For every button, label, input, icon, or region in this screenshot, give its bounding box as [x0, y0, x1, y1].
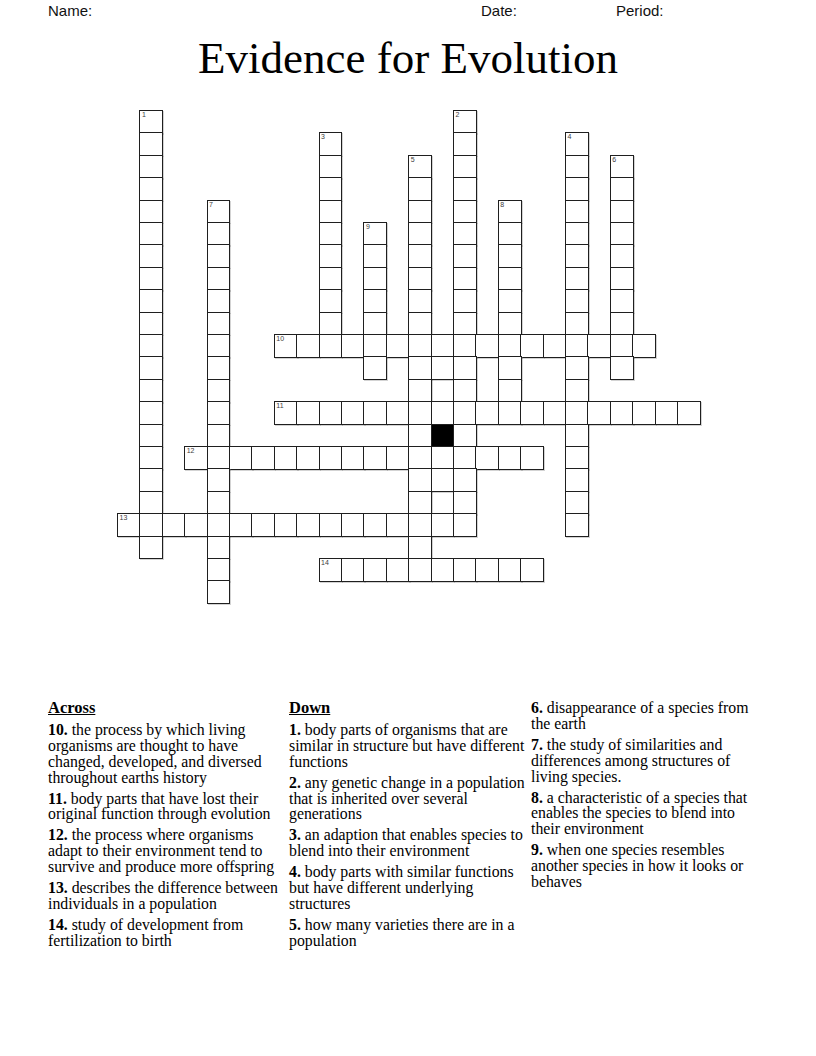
grid-cell[interactable] — [565, 312, 589, 336]
grid-cell[interactable] — [139, 222, 163, 246]
grid-cell[interactable] — [363, 401, 387, 425]
clue-item: 5. how many varieties there are in a pop… — [289, 917, 529, 949]
grid-cell[interactable] — [610, 356, 634, 380]
grid-cell[interactable] — [207, 244, 231, 268]
clue-number: 8. — [531, 789, 543, 806]
grid-cell[interactable] — [453, 379, 477, 403]
grid-cell[interactable]: 2 — [453, 110, 477, 134]
clue-number: 2. — [289, 774, 301, 791]
grid-cell[interactable] — [408, 558, 432, 582]
grid-cell[interactable] — [139, 468, 163, 492]
grid-cell[interactable] — [251, 446, 275, 470]
grid-cell[interactable]: 12 — [184, 446, 208, 470]
grid-cell[interactable] — [363, 356, 387, 380]
grid-cell[interactable] — [386, 446, 410, 470]
grid-cell[interactable] — [475, 446, 499, 470]
grid-cell[interactable] — [207, 536, 231, 560]
grid-cell[interactable] — [565, 468, 589, 492]
grid-cell[interactable] — [453, 334, 477, 358]
grid-cell[interactable] — [431, 334, 455, 358]
grid-cell[interactable] — [319, 289, 343, 313]
cell-number: 5 — [411, 156, 415, 164]
grid-cell[interactable] — [498, 558, 522, 582]
clue-number: 11. — [48, 790, 67, 807]
grid-cell[interactable] — [453, 200, 477, 224]
clue-item: 8. a characteristic of a species that en… — [531, 790, 767, 838]
grid-cell[interactable] — [207, 356, 231, 380]
grid-cell[interactable]: 7 — [207, 200, 231, 224]
grid-cell[interactable] — [296, 334, 320, 358]
grid-cell[interactable] — [139, 379, 163, 403]
grid-cell[interactable] — [408, 513, 432, 537]
grid-cell[interactable] — [453, 468, 477, 492]
grid-cell[interactable] — [341, 401, 365, 425]
grid-cell[interactable] — [453, 558, 477, 582]
grid-cell[interactable] — [520, 334, 544, 358]
grid-cell[interactable] — [207, 446, 231, 470]
grid-cell[interactable] — [498, 356, 522, 380]
grid-cell[interactable] — [296, 446, 320, 470]
blocked-cell — [431, 424, 455, 448]
date-label: Date: — [481, 2, 517, 19]
grid-cell[interactable] — [565, 244, 589, 268]
clue-text: study of development from fertilization … — [48, 916, 243, 949]
grid-cell[interactable] — [408, 536, 432, 560]
grid-cell[interactable] — [520, 446, 544, 470]
grid-cell[interactable] — [632, 334, 656, 358]
grid-cell[interactable] — [565, 200, 589, 224]
grid-cell[interactable] — [453, 446, 477, 470]
grid-cell[interactable] — [565, 222, 589, 246]
grid-cell[interactable] — [498, 401, 522, 425]
grid-cell[interactable] — [565, 491, 589, 515]
clues-column-across: Across10. the process by which living or… — [48, 700, 286, 954]
grid-cell[interactable] — [453, 312, 477, 336]
grid-cell[interactable] — [498, 222, 522, 246]
grid-cell[interactable] — [632, 401, 656, 425]
grid-cell[interactable] — [520, 401, 544, 425]
clue-item: 9. when one species resembles another sp… — [531, 842, 767, 890]
grid-cell[interactable]: 8 — [498, 200, 522, 224]
grid-cell[interactable] — [363, 289, 387, 313]
grid-cell[interactable] — [207, 468, 231, 492]
clue-number: 3. — [289, 826, 301, 843]
grid-cell[interactable] — [139, 289, 163, 313]
grid-cell[interactable] — [139, 267, 163, 291]
grid-cell[interactable] — [610, 334, 634, 358]
grid-cell[interactable] — [319, 334, 343, 358]
header-bar: Name: Date: Period: — [0, 0, 816, 26]
grid-cell[interactable] — [229, 513, 253, 537]
grid-cell[interactable]: 13 — [117, 513, 141, 537]
clue-text: body parts with similar functions but ha… — [289, 863, 514, 912]
grid-cell[interactable] — [341, 558, 365, 582]
grid-cell[interactable] — [610, 244, 634, 268]
grid-cell[interactable] — [296, 401, 320, 425]
grid-cell[interactable] — [319, 244, 343, 268]
grid-cell[interactable] — [610, 401, 634, 425]
grid-cell[interactable] — [319, 513, 343, 537]
grid-cell[interactable] — [431, 468, 455, 492]
worksheet-page: Name: Date: Period: Evidence for Evoluti… — [0, 0, 816, 1056]
grid-cell[interactable] — [408, 334, 432, 358]
grid-cell[interactable] — [408, 312, 432, 336]
grid-cell[interactable] — [296, 513, 320, 537]
grid-cell[interactable] — [677, 401, 701, 425]
grid-cell[interactable] — [498, 312, 522, 336]
clue-text: body parts of organisms that are similar… — [289, 721, 524, 770]
clues-column-down-continued: 6. disappearance of a species from the e… — [531, 700, 767, 895]
grid-cell[interactable] — [453, 289, 477, 313]
grid-cell[interactable] — [207, 289, 231, 313]
grid-cell[interactable] — [139, 177, 163, 201]
grid-cell[interactable] — [565, 177, 589, 201]
clue-text: any genetic change in a population that … — [289, 774, 525, 823]
grid-cell[interactable] — [610, 267, 634, 291]
grid-cell[interactable]: 6 — [610, 155, 634, 179]
cell-number: 2 — [456, 111, 460, 119]
grid-cell[interactable] — [498, 379, 522, 403]
cell-number: 13 — [120, 514, 128, 522]
grid-cell[interactable] — [565, 334, 589, 358]
grid-cell[interactable] — [565, 446, 589, 470]
clues-column-down: Down1. body parts of organisms that are … — [289, 700, 529, 954]
grid-cell[interactable] — [363, 513, 387, 537]
cell-number: 4 — [568, 133, 572, 141]
clue-text: a characteristic of a species that enabl… — [531, 789, 747, 838]
clue-text: how many varieties there are in a popula… — [289, 916, 514, 949]
grid-cell[interactable] — [319, 401, 343, 425]
clue-number: 13. — [48, 879, 68, 896]
grid-cell[interactable] — [408, 446, 432, 470]
clue-number: 10. — [48, 721, 68, 738]
grid-cell[interactable] — [408, 289, 432, 313]
clue-number: 5. — [289, 916, 301, 933]
grid-cell[interactable] — [319, 446, 343, 470]
grid-cell[interactable] — [565, 401, 589, 425]
grid-cell[interactable] — [207, 491, 231, 515]
grid-cell[interactable] — [453, 155, 477, 179]
grid-cell[interactable]: 14 — [319, 558, 343, 582]
clue-item: 7. the study of similarities and differe… — [531, 737, 767, 785]
grid-cell[interactable] — [565, 424, 589, 448]
grid-cell[interactable] — [543, 334, 567, 358]
name-label: Name: — [48, 2, 92, 19]
clues-heading-across: Across — [48, 700, 286, 716]
grid-cell[interactable] — [408, 424, 432, 448]
grid-cell[interactable] — [408, 379, 432, 403]
grid-cell[interactable] — [207, 312, 231, 336]
grid-cell[interactable] — [431, 558, 455, 582]
grid-cell[interactable] — [319, 267, 343, 291]
cell-number: 10 — [276, 335, 284, 343]
grid-cell[interactable] — [610, 289, 634, 313]
grid-cell[interactable] — [139, 244, 163, 268]
grid-cell[interactable] — [207, 580, 231, 604]
cell-number: 8 — [500, 201, 504, 209]
grid-cell[interactable] — [207, 267, 231, 291]
clue-text: an adaption that enables species to blen… — [289, 826, 523, 859]
grid-cell[interactable]: 3 — [319, 132, 343, 156]
grid-cell[interactable] — [207, 401, 231, 425]
grid-cell[interactable] — [139, 513, 163, 537]
grid-cell[interactable] — [341, 513, 365, 537]
grid-cell[interactable] — [498, 244, 522, 268]
clue-text: describes the difference between individ… — [48, 879, 278, 912]
grid-cell[interactable] — [162, 513, 186, 537]
grid-cell[interactable] — [565, 289, 589, 313]
grid-cell[interactable] — [453, 356, 477, 380]
grid-cell[interactable] — [498, 446, 522, 470]
grid-cell[interactable]: 11 — [274, 401, 298, 425]
grid-cell[interactable] — [229, 446, 253, 470]
grid-cell[interactable]: 9 — [363, 222, 387, 246]
grid-cell[interactable] — [408, 267, 432, 291]
grid-cell[interactable] — [475, 334, 499, 358]
grid-cell[interactable] — [453, 424, 477, 448]
grid-cell[interactable] — [610, 177, 634, 201]
clue-text: body parts that have lost their original… — [48, 790, 270, 823]
cell-number: 12 — [187, 447, 195, 455]
grid-cell[interactable] — [139, 155, 163, 179]
grid-cell[interactable] — [587, 401, 611, 425]
grid-cell[interactable] — [251, 513, 275, 537]
grid-cell[interactable] — [610, 222, 634, 246]
grid-cell[interactable] — [319, 312, 343, 336]
grid-cell[interactable] — [139, 536, 163, 560]
grid-cell[interactable] — [655, 401, 679, 425]
clue-item: 4. body parts with similar functions but… — [289, 864, 529, 912]
grid-cell[interactable] — [431, 513, 455, 537]
grid-cell[interactable] — [363, 446, 387, 470]
clue-item: 12. the process where organisms adapt to… — [48, 827, 286, 875]
grid-cell[interactable] — [498, 289, 522, 313]
grid-cell[interactable] — [274, 446, 298, 470]
grid-cell[interactable] — [565, 356, 589, 380]
grid-cell[interactable] — [363, 244, 387, 268]
grid-cell[interactable]: 10 — [274, 334, 298, 358]
page-title: Evidence for Evolution — [0, 34, 816, 84]
grid-cell[interactable] — [565, 267, 589, 291]
grid-cell[interactable]: 1 — [139, 110, 163, 134]
clue-item: 3. an adaption that enables species to b… — [289, 827, 529, 859]
grid-cell[interactable] — [386, 513, 410, 537]
grid-cell[interactable] — [319, 177, 343, 201]
grid-cell[interactable] — [498, 334, 522, 358]
grid-cell[interactable] — [363, 267, 387, 291]
grid-cell[interactable] — [139, 491, 163, 515]
clue-text: the process where organisms adapt to the… — [48, 826, 274, 875]
grid-cell[interactable] — [453, 401, 477, 425]
grid-cell[interactable] — [408, 244, 432, 268]
clue-number: 12. — [48, 826, 68, 843]
grid-cell[interactable] — [543, 401, 567, 425]
grid-cell[interactable] — [139, 312, 163, 336]
grid-cell[interactable] — [475, 401, 499, 425]
period-label: Period: — [616, 2, 664, 19]
cell-number: 6 — [612, 156, 616, 164]
grid-cell[interactable] — [453, 132, 477, 156]
grid-cell[interactable] — [498, 267, 522, 291]
grid-cell[interactable] — [453, 491, 477, 515]
grid-cell[interactable] — [363, 558, 387, 582]
grid-cell[interactable] — [139, 401, 163, 425]
clue-text: the process by which living organisms ar… — [48, 721, 262, 786]
grid-cell[interactable] — [587, 334, 611, 358]
grid-cell[interactable] — [386, 558, 410, 582]
clue-number: 7. — [531, 736, 543, 753]
cell-number: 1 — [142, 111, 146, 119]
clue-text: the study of similarities and difference… — [531, 736, 730, 785]
grid-cell[interactable] — [139, 424, 163, 448]
grid-cell[interactable] — [520, 558, 544, 582]
grid-cell[interactable] — [408, 401, 432, 425]
cell-number: 11 — [276, 402, 283, 410]
grid-cell[interactable]: 4 — [565, 132, 589, 156]
cell-number: 3 — [321, 133, 325, 141]
cell-number: 7 — [209, 201, 213, 209]
grid-cell[interactable] — [431, 446, 455, 470]
grid-cell[interactable] — [139, 446, 163, 470]
clue-text: disappearance of a species from the eart… — [531, 699, 749, 732]
grid-cell[interactable] — [610, 200, 634, 224]
grid-cell[interactable] — [386, 334, 410, 358]
clue-number: 9. — [531, 841, 543, 858]
grid-cell[interactable] — [408, 468, 432, 492]
grid-cell[interactable] — [386, 401, 410, 425]
grid-cell[interactable] — [207, 513, 231, 537]
grid-cell[interactable] — [453, 177, 477, 201]
grid-cell[interactable] — [565, 379, 589, 403]
cell-number: 9 — [366, 223, 370, 231]
clue-item: 11. body parts that have lost their orig… — [48, 791, 286, 823]
grid-cell[interactable] — [408, 491, 432, 515]
grid-cell[interactable] — [207, 222, 231, 246]
grid-cell[interactable] — [139, 356, 163, 380]
clue-number: 1. — [289, 721, 301, 738]
grid-cell[interactable] — [565, 513, 589, 537]
grid-cell[interactable] — [453, 513, 477, 537]
clues-heading-down: Down — [289, 700, 529, 716]
grid-cell[interactable] — [319, 222, 343, 246]
clue-item: 6. disappearance of a species from the e… — [531, 700, 767, 732]
grid-cell[interactable] — [453, 267, 477, 291]
clue-number: 14. — [48, 916, 68, 933]
grid-cell[interactable] — [341, 446, 365, 470]
grid-cell[interactable] — [408, 177, 432, 201]
grid-cell[interactable] — [139, 334, 163, 358]
grid-cell[interactable] — [453, 222, 477, 246]
clue-number: 4. — [289, 863, 301, 880]
grid-cell[interactable] — [207, 334, 231, 358]
grid-cell[interactable] — [565, 155, 589, 179]
grid-cell[interactable] — [139, 132, 163, 156]
grid-cell[interactable] — [475, 558, 499, 582]
cell-number: 14 — [321, 559, 329, 567]
grid-cell[interactable] — [408, 356, 432, 380]
grid-cell[interactable] — [319, 200, 343, 224]
grid-cell[interactable] — [207, 379, 231, 403]
grid-cell[interactable] — [341, 334, 365, 358]
grid-cell[interactable] — [207, 424, 231, 448]
grid-cell[interactable] — [453, 244, 477, 268]
grid-cell[interactable] — [431, 356, 455, 380]
grid-cell[interactable] — [274, 513, 298, 537]
grid-cell[interactable] — [319, 155, 343, 179]
clue-item: 10. the process by which living organism… — [48, 722, 286, 786]
grid-cell[interactable] — [363, 334, 387, 358]
clue-item: 1. body parts of organisms that are simi… — [289, 722, 529, 770]
clue-item: 2. any genetic change in a population th… — [289, 775, 529, 823]
grid-cell[interactable] — [363, 312, 387, 336]
clue-text: when one species resembles another speci… — [531, 841, 743, 890]
grid-cell[interactable] — [431, 401, 455, 425]
grid-cell[interactable]: 5 — [408, 155, 432, 179]
grid-cell[interactable] — [184, 513, 208, 537]
grid-cell[interactable] — [408, 200, 432, 224]
grid-cell[interactable] — [610, 312, 634, 336]
grid-cell[interactable] — [207, 558, 231, 582]
clue-item: 13. describes the difference between ind… — [48, 880, 286, 912]
grid-cell[interactable] — [408, 222, 432, 246]
grid-cell[interactable] — [139, 200, 163, 224]
clue-item: 14. study of development from fertilizat… — [48, 917, 286, 949]
crossword-grid: 1234567891011121314 — [117, 110, 700, 603]
clue-number: 6. — [531, 699, 543, 716]
